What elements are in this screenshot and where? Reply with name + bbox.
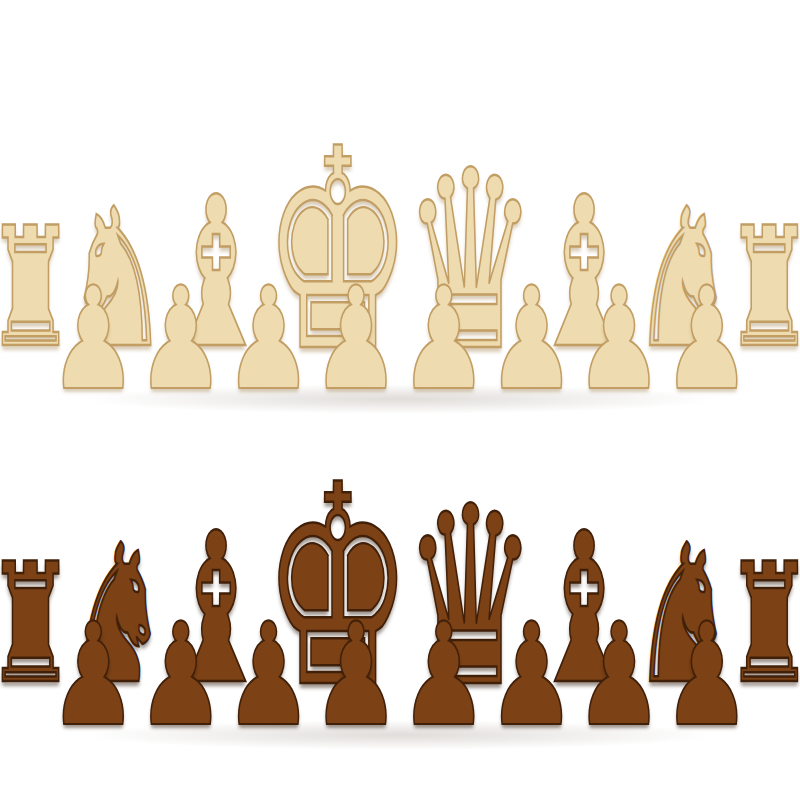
dark-pawn-6-piece: ♟ [487, 604, 577, 746]
light-pawn-6-piece: ♟ [487, 268, 577, 410]
light-set-group: ♜ ♞ ♝ ♚ ♛ ♝ ♞ ♜ ♟ ♟ ♟ ♟ ♟ ♟ ♟ ♟ [0, 200, 800, 402]
light-pawn-4-piece: ♟ [311, 268, 401, 410]
light-pawn-2-piece: ♟ [136, 268, 226, 410]
light-pawn-7-piece: ♟ [574, 268, 664, 410]
dark-pawn-2-piece: ♟ [136, 604, 226, 746]
dark-set-group: ♜ ♞ ♝ ♚ ♛ ♝ ♞ ♜ ♟ ♟ ♟ ♟ ♟ ♟ ♟ ♟ [0, 536, 800, 738]
dark-pawn-3-piece: ♟ [224, 604, 314, 746]
dark-pawn-8-piece: ♟ [662, 604, 752, 746]
chess-sets-product-photo: ♜ ♞ ♝ ♚ ♛ ♝ ♞ ♜ ♟ ♟ ♟ ♟ ♟ ♟ ♟ ♟ ♜ ♞ ♝ ♚ … [0, 0, 800, 800]
light-pawn-8-piece: ♟ [662, 268, 752, 410]
dark-pawn-5-piece: ♟ [399, 604, 489, 746]
dark-pawn-rank: ♟ ♟ ♟ ♟ ♟ ♟ ♟ ♟ [49, 638, 750, 738]
light-pawn-rank: ♟ ♟ ♟ ♟ ♟ ♟ ♟ ♟ [49, 302, 750, 402]
light-pawn-1-piece: ♟ [48, 268, 138, 410]
light-pawn-5-piece: ♟ [399, 268, 489, 410]
dark-pawn-1-piece: ♟ [48, 604, 138, 746]
dark-pawn-4-piece: ♟ [311, 604, 401, 746]
light-pawn-3-piece: ♟ [224, 268, 314, 410]
dark-pawn-7-piece: ♟ [574, 604, 664, 746]
